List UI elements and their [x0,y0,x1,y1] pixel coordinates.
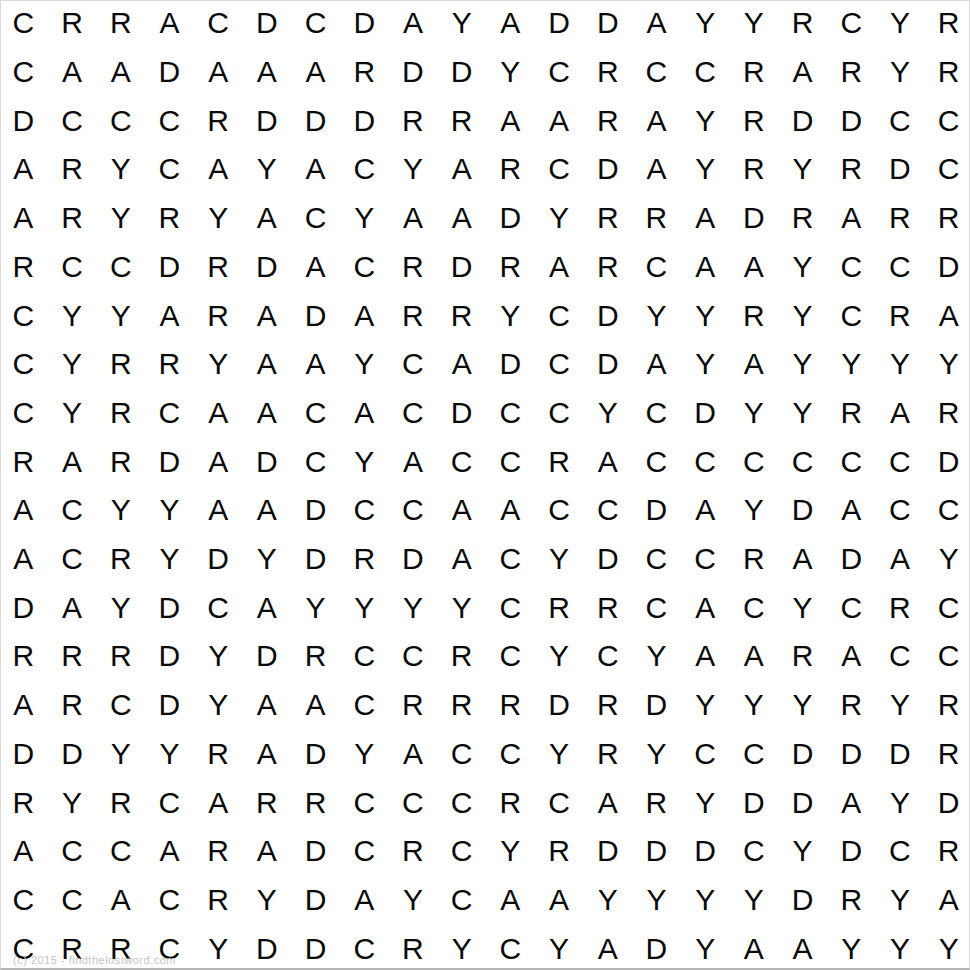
grid-cell[interactable]: C [924,632,970,681]
grid-cell[interactable]: A [535,876,584,925]
grid-cell[interactable]: A [583,437,632,486]
grid-cell[interactable]: Y [340,194,389,243]
grid-cell[interactable]: C [681,535,730,584]
grid-cell[interactable]: Y [681,96,730,145]
grid-cell[interactable]: D [389,535,438,584]
grid-cell[interactable]: R [730,535,779,584]
grid-cell[interactable]: R [632,778,681,827]
grid-cell[interactable]: Y [389,876,438,925]
grid-cell[interactable]: D [291,827,340,876]
grid-cell[interactable]: Y [340,340,389,389]
grid-cell[interactable]: D [827,535,876,584]
grid-cell[interactable]: D [535,0,584,48]
grid-cell[interactable]: Y [827,924,876,970]
grid-cell[interactable]: A [48,437,97,486]
grid-cell[interactable]: R [924,0,970,48]
grid-cell[interactable]: C [145,145,194,194]
grid-cell[interactable]: A [681,486,730,535]
grid-cell[interactable]: C [535,291,584,340]
grid-cell[interactable]: D [437,48,486,97]
grid-cell[interactable]: Y [437,0,486,48]
grid-cell[interactable]: R [291,632,340,681]
grid-cell[interactable]: D [876,730,925,779]
grid-cell[interactable]: C [535,48,584,97]
grid-cell[interactable]: C [48,96,97,145]
grid-cell[interactable]: A [0,681,48,730]
grid-cell[interactable]: D [48,730,97,779]
grid-cell[interactable]: A [437,535,486,584]
grid-cell[interactable]: A [389,194,438,243]
grid-cell[interactable]: Y [48,389,97,438]
grid-cell[interactable]: A [389,0,438,48]
grid-cell[interactable]: C [486,632,535,681]
grid-cell[interactable]: C [0,340,48,389]
grid-cell[interactable]: C [535,486,584,535]
grid-cell[interactable]: A [827,632,876,681]
grid-cell[interactable]: C [535,145,584,194]
grid-cell[interactable]: A [583,924,632,970]
grid-cell[interactable]: R [48,145,97,194]
grid-cell[interactable]: D [681,827,730,876]
grid-cell[interactable]: C [437,876,486,925]
grid-cell[interactable]: R [924,48,970,97]
grid-cell[interactable]: D [291,924,340,970]
grid-cell[interactable]: A [0,194,48,243]
grid-cell[interactable]: Y [194,681,243,730]
grid-cell[interactable]: C [924,486,970,535]
grid-cell[interactable]: R [730,291,779,340]
grid-cell[interactable]: D [535,681,584,730]
grid-cell[interactable]: R [924,194,970,243]
grid-cell[interactable]: R [583,243,632,292]
grid-cell[interactable]: Y [48,778,97,827]
grid-cell[interactable]: A [48,583,97,632]
grid-cell[interactable]: C [876,437,925,486]
grid-cell[interactable]: D [291,486,340,535]
grid-cell[interactable]: A [730,340,779,389]
grid-cell[interactable]: C [681,437,730,486]
grid-cell[interactable]: R [96,632,145,681]
grid-cell[interactable]: C [876,486,925,535]
grid-cell[interactable]: D [145,583,194,632]
grid-cell[interactable]: R [486,681,535,730]
grid-cell[interactable]: Y [96,145,145,194]
grid-cell[interactable]: Y [291,583,340,632]
grid-cell[interactable]: R [827,389,876,438]
grid-cell[interactable]: A [194,145,243,194]
grid-cell[interactable]: C [291,194,340,243]
grid-cell[interactable]: A [243,486,292,535]
grid-cell[interactable]: D [583,535,632,584]
grid-cell[interactable]: Y [340,730,389,779]
grid-cell[interactable]: Y [96,194,145,243]
grid-cell[interactable]: Y [194,632,243,681]
grid-cell[interactable]: D [827,827,876,876]
grid-cell[interactable]: Y [876,876,925,925]
grid-cell[interactable]: C [48,243,97,292]
grid-cell[interactable]: A [681,194,730,243]
grid-cell[interactable]: R [437,96,486,145]
grid-cell[interactable]: Y [730,486,779,535]
grid-cell[interactable]: C [96,96,145,145]
grid-cell[interactable]: C [389,340,438,389]
grid-cell[interactable]: Y [681,924,730,970]
grid-cell[interactable]: A [632,0,681,48]
grid-cell[interactable]: R [96,0,145,48]
grid-cell[interactable]: R [291,778,340,827]
grid-cell[interactable]: C [389,778,438,827]
grid-cell[interactable]: A [243,340,292,389]
grid-cell[interactable]: D [340,0,389,48]
grid-cell[interactable]: C [632,389,681,438]
grid-cell[interactable]: D [876,145,925,194]
grid-cell[interactable]: A [194,48,243,97]
grid-cell[interactable]: C [340,632,389,681]
grid-cell[interactable]: C [535,389,584,438]
grid-cell[interactable]: A [437,194,486,243]
grid-cell[interactable]: C [827,243,876,292]
grid-cell[interactable]: Y [730,876,779,925]
grid-cell[interactable]: C [437,730,486,779]
grid-cell[interactable]: A [243,827,292,876]
grid-cell[interactable]: D [583,145,632,194]
grid-cell[interactable]: D [0,583,48,632]
grid-cell[interactable]: A [924,291,970,340]
grid-cell[interactable]: Y [681,0,730,48]
grid-cell[interactable]: R [437,632,486,681]
grid-cell[interactable]: R [827,48,876,97]
grid-cell[interactable]: R [389,96,438,145]
grid-cell[interactable]: Y [730,0,779,48]
grid-cell[interactable]: C [583,632,632,681]
grid-cell[interactable]: C [876,243,925,292]
grid-cell[interactable]: A [778,48,827,97]
grid-cell[interactable]: Y [48,340,97,389]
grid-cell[interactable]: C [48,827,97,876]
grid-cell[interactable]: A [340,291,389,340]
grid-cell[interactable]: R [194,291,243,340]
grid-cell[interactable]: C [583,486,632,535]
grid-cell[interactable]: D [778,730,827,779]
grid-cell[interactable]: A [437,486,486,535]
grid-cell[interactable]: R [583,194,632,243]
grid-cell[interactable]: C [730,583,779,632]
grid-cell[interactable]: D [632,827,681,876]
grid-cell[interactable]: R [389,924,438,970]
grid-cell[interactable]: A [389,730,438,779]
grid-cell[interactable]: Y [583,876,632,925]
grid-cell[interactable]: R [48,681,97,730]
grid-cell[interactable]: D [291,876,340,925]
grid-cell[interactable]: Y [486,48,535,97]
grid-cell[interactable]: A [291,48,340,97]
grid-cell[interactable]: C [340,486,389,535]
grid-cell[interactable]: A [96,876,145,925]
grid-cell[interactable]: R [194,827,243,876]
grid-cell[interactable]: Y [778,291,827,340]
grid-cell[interactable]: D [583,827,632,876]
grid-cell[interactable]: A [0,486,48,535]
grid-cell[interactable]: D [486,340,535,389]
grid-cell[interactable]: Y [437,924,486,970]
grid-cell[interactable]: A [291,340,340,389]
grid-cell[interactable]: C [145,96,194,145]
grid-cell[interactable]: A [291,681,340,730]
grid-cell[interactable]: C [876,827,925,876]
grid-cell[interactable]: D [243,632,292,681]
grid-cell[interactable]: C [632,437,681,486]
grid-cell[interactable]: D [437,389,486,438]
grid-cell[interactable]: D [730,194,779,243]
grid-cell[interactable]: A [340,876,389,925]
grid-cell[interactable]: A [778,535,827,584]
grid-cell[interactable]: C [291,0,340,48]
grid-cell[interactable]: Y [535,194,584,243]
grid-cell[interactable]: Y [96,730,145,779]
grid-cell[interactable]: C [827,583,876,632]
grid-cell[interactable]: R [486,243,535,292]
grid-cell[interactable]: C [340,243,389,292]
grid-cell[interactable]: Y [778,243,827,292]
grid-cell[interactable]: R [389,291,438,340]
grid-cell[interactable]: A [876,389,925,438]
grid-cell[interactable]: A [730,924,779,970]
grid-cell[interactable]: C [827,291,876,340]
grid-cell[interactable]: Y [243,535,292,584]
grid-cell[interactable]: Y [48,291,97,340]
grid-cell[interactable]: C [632,535,681,584]
grid-cell[interactable]: A [0,145,48,194]
grid-cell[interactable]: C [0,389,48,438]
grid-cell[interactable]: Y [778,583,827,632]
grid-cell[interactable]: A [632,340,681,389]
grid-cell[interactable]: D [778,778,827,827]
grid-cell[interactable]: Y [924,924,970,970]
grid-cell[interactable]: R [389,827,438,876]
grid-cell[interactable]: Y [389,145,438,194]
grid-cell[interactable]: A [437,340,486,389]
grid-cell[interactable]: R [389,243,438,292]
grid-cell[interactable]: R [730,145,779,194]
grid-cell[interactable]: R [0,243,48,292]
grid-cell[interactable]: Y [778,827,827,876]
grid-cell[interactable]: Y [632,291,681,340]
grid-cell[interactable]: A [0,535,48,584]
grid-cell[interactable]: R [486,778,535,827]
grid-cell[interactable]: D [291,535,340,584]
grid-cell[interactable]: D [291,291,340,340]
grid-cell[interactable]: C [632,243,681,292]
grid-cell[interactable]: D [437,243,486,292]
grid-cell[interactable]: R [827,876,876,925]
grid-cell[interactable]: C [145,778,194,827]
grid-cell[interactable]: C [486,730,535,779]
grid-cell[interactable]: Y [730,681,779,730]
grid-cell[interactable]: D [291,96,340,145]
grid-cell[interactable]: C [730,827,779,876]
grid-cell[interactable]: A [535,243,584,292]
grid-cell[interactable]: R [730,48,779,97]
grid-cell[interactable]: A [827,486,876,535]
grid-cell[interactable]: C [48,535,97,584]
grid-cell[interactable]: Y [876,778,925,827]
grid-cell[interactable]: R [486,145,535,194]
grid-cell[interactable]: Y [486,827,535,876]
grid-cell[interactable]: R [827,145,876,194]
grid-cell[interactable]: A [778,924,827,970]
grid-cell[interactable]: R [583,583,632,632]
grid-cell[interactable]: Y [145,730,194,779]
grid-cell[interactable]: C [0,48,48,97]
grid-cell[interactable]: C [48,876,97,925]
grid-cell[interactable]: A [243,291,292,340]
grid-cell[interactable]: R [48,0,97,48]
grid-cell[interactable]: Y [924,340,970,389]
grid-cell[interactable]: D [583,291,632,340]
grid-cell[interactable]: A [486,96,535,145]
grid-cell[interactable]: Y [681,876,730,925]
grid-cell[interactable]: C [389,389,438,438]
grid-cell[interactable]: R [0,437,48,486]
grid-cell[interactable]: A [145,827,194,876]
grid-cell[interactable]: R [0,632,48,681]
grid-cell[interactable]: A [632,145,681,194]
grid-cell[interactable]: D [243,96,292,145]
grid-cell[interactable]: Y [535,535,584,584]
grid-cell[interactable]: A [924,876,970,925]
grid-cell[interactable]: R [924,389,970,438]
grid-cell[interactable]: D [924,243,970,292]
grid-cell[interactable]: R [827,681,876,730]
grid-cell[interactable]: Y [730,389,779,438]
grid-cell[interactable]: R [632,194,681,243]
grid-cell[interactable]: C [876,632,925,681]
grid-cell[interactable]: A [730,243,779,292]
grid-cell[interactable]: A [827,778,876,827]
grid-cell[interactable]: R [145,194,194,243]
grid-cell[interactable]: D [681,389,730,438]
grid-cell[interactable]: R [778,632,827,681]
grid-cell[interactable]: A [243,194,292,243]
grid-cell[interactable]: Y [778,389,827,438]
grid-cell[interactable]: Y [632,730,681,779]
grid-cell[interactable]: A [96,48,145,97]
grid-cell[interactable]: R [583,96,632,145]
grid-cell[interactable]: C [730,730,779,779]
grid-cell[interactable]: A [145,0,194,48]
grid-cell[interactable]: D [827,730,876,779]
grid-cell[interactable]: C [48,486,97,535]
grid-cell[interactable]: A [437,145,486,194]
grid-cell[interactable]: C [389,632,438,681]
grid-cell[interactable]: C [291,389,340,438]
grid-cell[interactable]: D [486,194,535,243]
grid-cell[interactable]: Y [876,0,925,48]
grid-cell[interactable]: C [340,827,389,876]
grid-cell[interactable]: A [243,48,292,97]
grid-cell[interactable]: C [340,924,389,970]
grid-cell[interactable]: C [145,876,194,925]
grid-cell[interactable]: Y [681,145,730,194]
grid-cell[interactable]: Y [681,340,730,389]
grid-cell[interactable]: Y [778,145,827,194]
grid-cell[interactable]: D [924,437,970,486]
grid-cell[interactable]: A [535,96,584,145]
grid-cell[interactable]: A [194,389,243,438]
grid-cell[interactable]: R [535,437,584,486]
grid-cell[interactable]: Y [389,583,438,632]
grid-cell[interactable]: C [486,389,535,438]
grid-cell[interactable]: C [291,437,340,486]
grid-cell[interactable]: D [778,876,827,925]
grid-cell[interactable]: Y [194,340,243,389]
grid-cell[interactable]: Y [194,194,243,243]
grid-cell[interactable]: A [243,730,292,779]
grid-cell[interactable]: R [924,681,970,730]
grid-cell[interactable]: D [778,96,827,145]
grid-cell[interactable]: A [243,583,292,632]
grid-cell[interactable]: R [778,194,827,243]
grid-cell[interactable]: D [145,243,194,292]
grid-cell[interactable]: C [730,437,779,486]
grid-cell[interactable]: A [340,389,389,438]
grid-cell[interactable]: D [389,48,438,97]
grid-cell[interactable]: R [96,340,145,389]
grid-cell[interactable]: C [96,827,145,876]
grid-cell[interactable]: D [583,340,632,389]
grid-cell[interactable]: C [827,0,876,48]
grid-cell[interactable]: Y [96,291,145,340]
grid-cell[interactable]: D [827,96,876,145]
grid-cell[interactable]: A [486,876,535,925]
grid-cell[interactable]: D [243,243,292,292]
grid-cell[interactable]: C [924,96,970,145]
grid-cell[interactable]: Y [437,583,486,632]
grid-cell[interactable]: C [437,778,486,827]
grid-cell[interactable]: C [632,583,681,632]
grid-cell[interactable]: C [486,583,535,632]
grid-cell[interactable]: D [243,0,292,48]
grid-cell[interactable]: R [437,291,486,340]
grid-cell[interactable]: C [486,924,535,970]
grid-cell[interactable]: C [535,778,584,827]
grid-cell[interactable]: Y [194,924,243,970]
grid-cell[interactable]: D [730,778,779,827]
grid-cell[interactable]: R [535,827,584,876]
grid-cell[interactable]: R [583,48,632,97]
grid-cell[interactable]: Y [145,486,194,535]
grid-cell[interactable]: Y [243,876,292,925]
grid-cell[interactable]: Y [535,730,584,779]
grid-cell[interactable]: C [486,535,535,584]
grid-cell[interactable]: Y [583,389,632,438]
grid-cell[interactable]: C [778,437,827,486]
grid-cell[interactable]: A [48,48,97,97]
grid-cell[interactable]: C [437,827,486,876]
grid-cell[interactable]: Y [924,535,970,584]
grid-cell[interactable]: R [924,730,970,779]
grid-cell[interactable]: Y [632,876,681,925]
grid-cell[interactable]: C [681,48,730,97]
grid-cell[interactable]: Y [632,632,681,681]
grid-cell[interactable]: D [291,730,340,779]
grid-cell[interactable]: R [48,632,97,681]
grid-cell[interactable]: R [876,583,925,632]
grid-cell[interactable]: R [778,0,827,48]
grid-cell[interactable]: R [96,778,145,827]
grid-cell[interactable]: R [96,389,145,438]
grid-cell[interactable]: A [194,778,243,827]
